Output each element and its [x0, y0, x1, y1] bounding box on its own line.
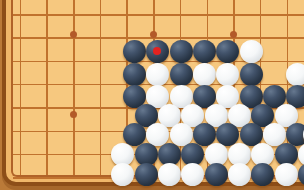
white-stone[interactable] [263, 123, 286, 146]
go-board[interactable] [11, 0, 304, 177]
black-stone[interactable] [123, 123, 146, 146]
white-stone[interactable] [298, 143, 305, 166]
black-stone[interactable] [298, 163, 305, 186]
black-stone[interactable] [146, 40, 169, 63]
black-stone[interactable] [216, 40, 239, 63]
black-stone[interactable] [240, 63, 263, 86]
white-stone[interactable] [216, 63, 239, 86]
white-stone[interactable] [181, 163, 204, 186]
white-stone[interactable] [228, 163, 251, 186]
black-stone[interactable] [193, 40, 216, 63]
white-stone[interactable] [193, 63, 216, 86]
white-stone[interactable] [146, 63, 169, 86]
black-stone[interactable] [286, 123, 305, 146]
go-board-frame [2, 0, 304, 186]
black-stone[interactable] [123, 63, 146, 86]
white-stone[interactable] [111, 163, 134, 186]
black-stone[interactable] [170, 40, 193, 63]
white-stone[interactable] [158, 163, 181, 186]
black-stone[interactable] [240, 123, 263, 146]
black-stone[interactable] [205, 163, 228, 186]
black-stone[interactable] [123, 40, 146, 63]
black-stone[interactable] [193, 123, 216, 146]
black-stone[interactable] [251, 163, 274, 186]
white-stone[interactable] [275, 163, 298, 186]
white-stone[interactable] [286, 63, 305, 86]
white-stone[interactable] [146, 123, 169, 146]
last-move-marker [153, 47, 161, 55]
black-stone[interactable] [216, 123, 239, 146]
black-stone[interactable] [135, 163, 158, 186]
white-stone[interactable] [170, 123, 193, 146]
white-stone[interactable] [240, 40, 263, 63]
black-stone[interactable] [170, 63, 193, 86]
game-screen [0, 0, 304, 190]
stones-layer [13, 0, 304, 175]
